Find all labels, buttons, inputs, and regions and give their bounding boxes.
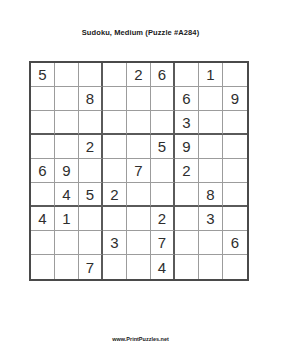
cell-r2c4-empty [103, 87, 127, 111]
cell-r8c7-empty [175, 231, 199, 255]
cell-r5c9-empty [223, 159, 247, 183]
cell-r1c3-empty [79, 63, 103, 87]
cell-r1c6-given-6: 6 [151, 63, 175, 87]
cell-r6c6-empty [151, 183, 175, 207]
cell-r2c3-given-8: 8 [79, 87, 103, 111]
cell-r1c4-empty [103, 63, 127, 87]
cell-r4c8-empty [199, 135, 223, 159]
cell-r2c9-given-9: 9 [223, 87, 247, 111]
cell-r9c7-empty [175, 255, 199, 279]
cell-r5c8-empty [199, 159, 223, 183]
puzzle-page: Sudoku, Medium (Puzzle #A284) 5261869325… [0, 0, 281, 363]
cell-r6c2-given-4: 4 [55, 183, 79, 207]
cell-r4c3-given-2: 2 [79, 135, 103, 159]
cell-r3c6-empty [151, 111, 175, 135]
cell-r5c6-empty [151, 159, 175, 183]
cell-r2c7-given-6: 6 [175, 87, 199, 111]
cell-r2c6-empty [151, 87, 175, 111]
cell-r1c2-empty [55, 63, 79, 87]
cell-r1c9-empty [223, 63, 247, 87]
cell-r3c2-empty [55, 111, 79, 135]
cell-r6c8-given-8: 8 [199, 183, 223, 207]
cell-r9c8-empty [199, 255, 223, 279]
cell-r7c8-given-3: 3 [199, 207, 223, 231]
cell-r3c5-empty [127, 111, 151, 135]
cell-r8c2-empty [55, 231, 79, 255]
cell-r4c4-empty [103, 135, 127, 159]
cell-r3c1-empty [31, 111, 55, 135]
page-title: Sudoku, Medium (Puzzle #A284) [0, 28, 281, 37]
cell-r4c9-empty [223, 135, 247, 159]
cell-r9c3-given-7: 7 [79, 255, 103, 279]
cell-r7c4-empty [103, 207, 127, 231]
cell-r1c5-given-2: 2 [127, 63, 151, 87]
cell-r8c5-empty [127, 231, 151, 255]
cell-r1c1-given-5: 5 [31, 63, 55, 87]
cell-r7c6-given-2: 2 [151, 207, 175, 231]
cell-r6c3-given-5: 5 [79, 183, 103, 207]
cell-r8c4-given-3: 3 [103, 231, 127, 255]
cell-r4c5-empty [127, 135, 151, 159]
cell-r9c9-empty [223, 255, 247, 279]
cell-r1c7-empty [175, 63, 199, 87]
cell-r5c7-given-2: 2 [175, 159, 199, 183]
cell-r9c1-empty [31, 255, 55, 279]
cell-r2c5-empty [127, 87, 151, 111]
cell-r8c3-empty [79, 231, 103, 255]
cell-r4c7-given-9: 9 [175, 135, 199, 159]
cell-r3c7-given-3: 3 [175, 111, 199, 135]
cell-r6c9-empty [223, 183, 247, 207]
cell-r3c8-empty [199, 111, 223, 135]
cell-r7c9-empty [223, 207, 247, 231]
cell-r7c2-given-1: 1 [55, 207, 79, 231]
cell-r5c1-given-6: 6 [31, 159, 55, 183]
cell-r4c2-empty [55, 135, 79, 159]
cell-r5c3-empty [79, 159, 103, 183]
cell-r4c6-given-5: 5 [151, 135, 175, 159]
cell-r7c1-given-4: 4 [31, 207, 55, 231]
footer-url: www.PrintPuzzles.net [0, 336, 281, 342]
sudoku-board: 5261869325969724528412337674 [29, 61, 249, 281]
cell-r6c7-empty [175, 183, 199, 207]
cell-r6c5-empty [127, 183, 151, 207]
cell-r5c2-given-9: 9 [55, 159, 79, 183]
cell-r8c1-empty [31, 231, 55, 255]
cell-r8c6-given-7: 7 [151, 231, 175, 255]
cell-r3c4-empty [103, 111, 127, 135]
cell-r5c5-given-7: 7 [127, 159, 151, 183]
cell-r7c3-empty [79, 207, 103, 231]
cell-r2c2-empty [55, 87, 79, 111]
cell-r9c4-empty [103, 255, 127, 279]
cell-r3c9-empty [223, 111, 247, 135]
cell-r9c6-given-4: 4 [151, 255, 175, 279]
cell-r9c2-empty [55, 255, 79, 279]
cell-r8c8-empty [199, 231, 223, 255]
cell-r2c8-empty [199, 87, 223, 111]
cell-r5c4-empty [103, 159, 127, 183]
cell-r1c8-given-1: 1 [199, 63, 223, 87]
cell-r7c5-empty [127, 207, 151, 231]
cell-r6c4-given-2: 2 [103, 183, 127, 207]
cell-r3c3-empty [79, 111, 103, 135]
cell-r7c7-empty [175, 207, 199, 231]
cell-r2c1-empty [31, 87, 55, 111]
cell-r4c1-empty [31, 135, 55, 159]
cell-r9c5-empty [127, 255, 151, 279]
cell-r8c9-given-6: 6 [223, 231, 247, 255]
cell-r6c1-empty [31, 183, 55, 207]
